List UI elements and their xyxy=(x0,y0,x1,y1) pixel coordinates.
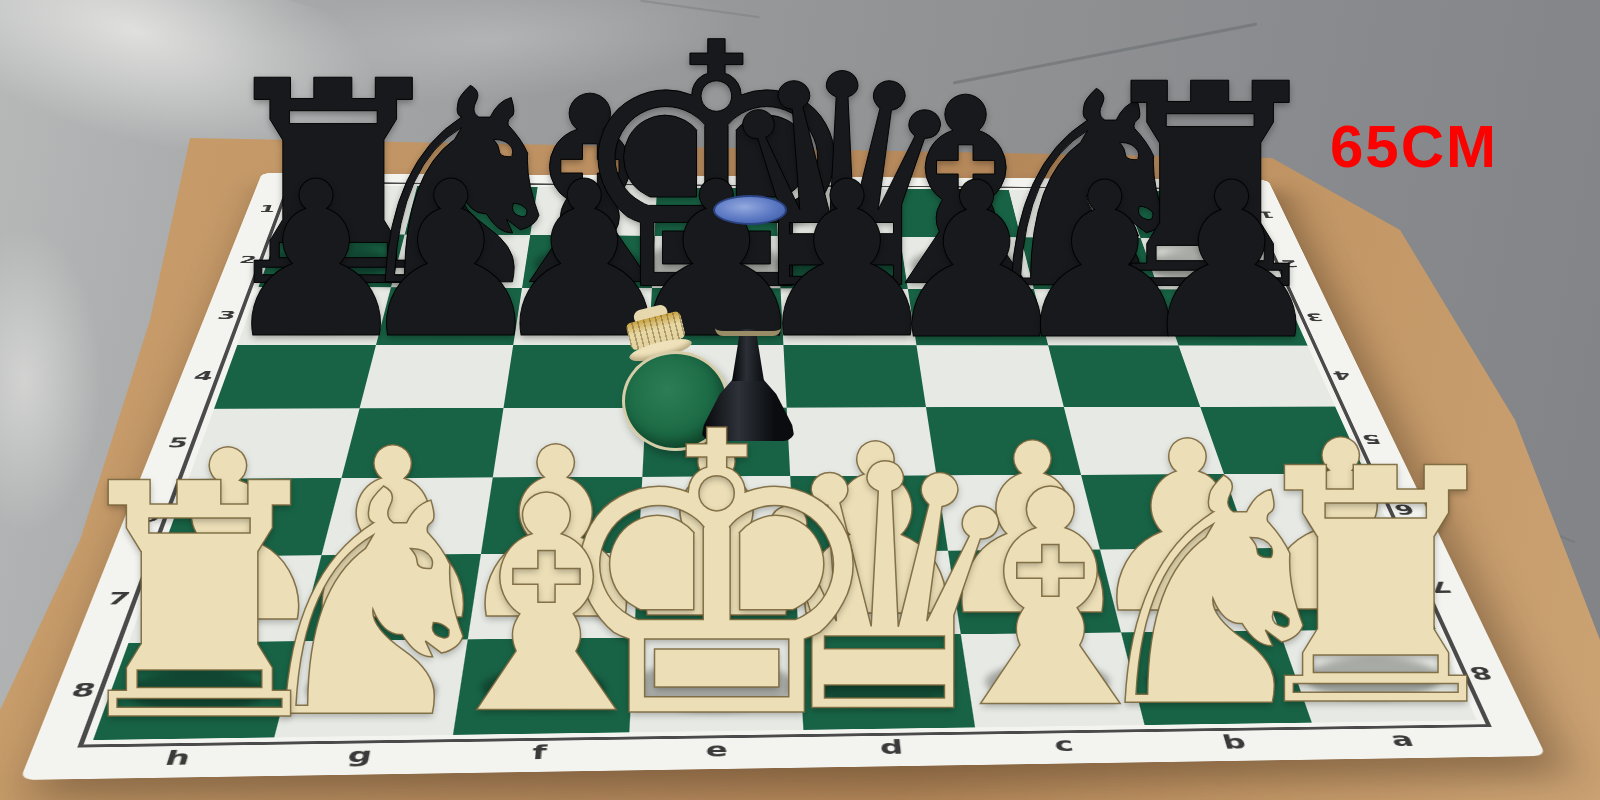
blue-felt-pad xyxy=(713,195,787,225)
rank-label-left-1: 1 xyxy=(257,204,277,215)
square-d7 xyxy=(794,551,961,636)
square-b8 xyxy=(1121,631,1312,725)
file-label-e: e xyxy=(705,739,727,761)
rank-label-right-8: 8 xyxy=(1466,663,1496,683)
file-label-h: h xyxy=(162,747,193,770)
file-label-c: c xyxy=(1052,734,1075,756)
square-h8 xyxy=(93,641,299,740)
square-g8 xyxy=(274,639,467,737)
square-g5 xyxy=(341,408,503,478)
square-f8 xyxy=(453,638,634,735)
square-b1 xyxy=(1009,190,1141,238)
square-c2 xyxy=(900,237,1034,289)
rank-label-right-3: 3 xyxy=(1304,311,1326,323)
rank-label-left-6: 6 xyxy=(136,508,163,525)
square-e8 xyxy=(629,636,803,732)
square-b4 xyxy=(1048,345,1200,407)
rank-label-right-6: 6 xyxy=(1391,501,1417,517)
concrete-crack xyxy=(953,22,1258,84)
square-h4 xyxy=(214,345,376,409)
square-b3 xyxy=(1034,289,1179,345)
square-a3 xyxy=(1159,289,1308,345)
square-g3 xyxy=(376,287,522,345)
square-e6 xyxy=(638,476,794,553)
square-g6 xyxy=(321,477,492,555)
square-c6 xyxy=(936,475,1100,551)
square-b5 xyxy=(1064,407,1224,475)
square-a4 xyxy=(1179,345,1336,406)
label-wrapped-base xyxy=(715,207,781,336)
square-a1 xyxy=(1124,191,1259,239)
square-b2 xyxy=(1021,237,1159,289)
square-c4 xyxy=(916,345,1063,407)
square-a8 xyxy=(1279,629,1477,723)
square-c5 xyxy=(926,407,1081,475)
rank-label-left-2: 2 xyxy=(237,254,258,265)
rank-label-left-8: 8 xyxy=(68,680,99,701)
square-h7 xyxy=(128,555,321,643)
file-label-b: b xyxy=(1220,731,1249,753)
rank-label-right-5: 5 xyxy=(1359,432,1383,446)
square-a5 xyxy=(1200,407,1365,475)
square-c1 xyxy=(893,189,1021,237)
square-f2 xyxy=(522,235,655,288)
square-d5 xyxy=(787,407,937,476)
square-g1 xyxy=(405,186,538,235)
square-d8 xyxy=(798,634,975,730)
size-label: 65CM xyxy=(1330,112,1498,181)
square-d6 xyxy=(790,475,948,551)
square-c7 xyxy=(948,550,1121,635)
square-g2 xyxy=(391,235,530,288)
square-g4 xyxy=(360,345,514,408)
file-label-a: a xyxy=(1387,729,1416,750)
square-h1 xyxy=(278,185,417,234)
concrete-light-patch xyxy=(236,0,743,117)
square-h2 xyxy=(258,234,404,287)
rank-label-left-7: 7 xyxy=(104,589,133,608)
square-f6 xyxy=(481,477,642,554)
square-b7 xyxy=(1100,548,1279,632)
square-a6 xyxy=(1224,473,1399,548)
file-label-f: f xyxy=(531,741,548,763)
file-label-d: d xyxy=(879,736,904,758)
concrete-crack xyxy=(640,0,759,18)
chess-set-photo: hgfedcba1234567812345678 ♜♞♝♚♛♝♞♜♟♟♟♟♟♟♟… xyxy=(0,0,1600,800)
rank-label-right-4: 4 xyxy=(1330,369,1353,382)
square-a2 xyxy=(1141,238,1283,290)
square-d3 xyxy=(780,288,916,345)
rank-label-right-7: 7 xyxy=(1427,578,1455,596)
square-g7 xyxy=(299,554,481,641)
rank-label-left-3: 3 xyxy=(215,309,237,321)
square-d1 xyxy=(775,188,900,237)
square-f5 xyxy=(493,408,646,478)
concrete-light-patch xyxy=(0,230,100,530)
square-f1 xyxy=(530,187,657,236)
rank-label-right-2: 2 xyxy=(1279,258,1300,269)
square-e7 xyxy=(634,552,798,638)
square-h3 xyxy=(237,287,391,345)
square-h6 xyxy=(160,478,341,556)
file-label-g: g xyxy=(346,744,375,767)
square-c8 xyxy=(961,632,1145,727)
square-d2 xyxy=(778,236,908,288)
rank-label-left-5: 5 xyxy=(165,435,190,450)
rank-label-right-1: 1 xyxy=(1257,209,1277,219)
board-grid xyxy=(93,185,1477,740)
square-c3 xyxy=(908,289,1048,346)
square-a7 xyxy=(1250,547,1435,630)
square-f7 xyxy=(468,553,639,639)
square-b6 xyxy=(1081,474,1250,549)
rank-label-left-4: 4 xyxy=(192,369,216,383)
square-d4 xyxy=(783,345,926,407)
square-h5 xyxy=(188,408,359,478)
